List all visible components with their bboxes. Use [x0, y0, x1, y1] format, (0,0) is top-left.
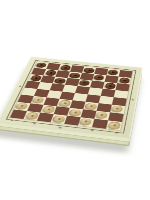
checker-piece-dark: [108, 70, 119, 76]
nail-dot: [91, 130, 93, 131]
checker-piece-dark: [54, 78, 66, 84]
board-hardware: [31, 56, 143, 67]
board-square: [90, 81, 105, 89]
board-square: [62, 85, 77, 93]
board-square: [37, 82, 52, 90]
checker-piece-dark: [93, 75, 104, 81]
board-square: [106, 120, 122, 130]
checker-piece-dark: [60, 65, 71, 71]
nail-dot: [132, 99, 134, 100]
checker-piece-dark: [69, 73, 80, 79]
nail-dot: [19, 86, 21, 87]
board-square: [25, 81, 41, 89]
pieces-layer: [31, 56, 143, 67]
checker-piece-dark: [119, 77, 130, 83]
checker-piece-dark: [45, 70, 56, 76]
checker-piece-dark: [105, 83, 116, 89]
board-square: [115, 83, 129, 91]
nail-dot: [33, 123, 35, 124]
board-square: [50, 83, 65, 91]
product-photo[interactable]: [0, 0, 150, 200]
checker-piece-dark: [36, 62, 47, 68]
checkers-board: [13, 33, 137, 157]
board-3d-tilt: [0, 56, 143, 138]
checker-piece-dark: [84, 68, 95, 74]
metal-clasp: [58, 126, 62, 128]
checker-piece-dark: [30, 75, 42, 81]
checker-piece-dark: [79, 80, 90, 86]
